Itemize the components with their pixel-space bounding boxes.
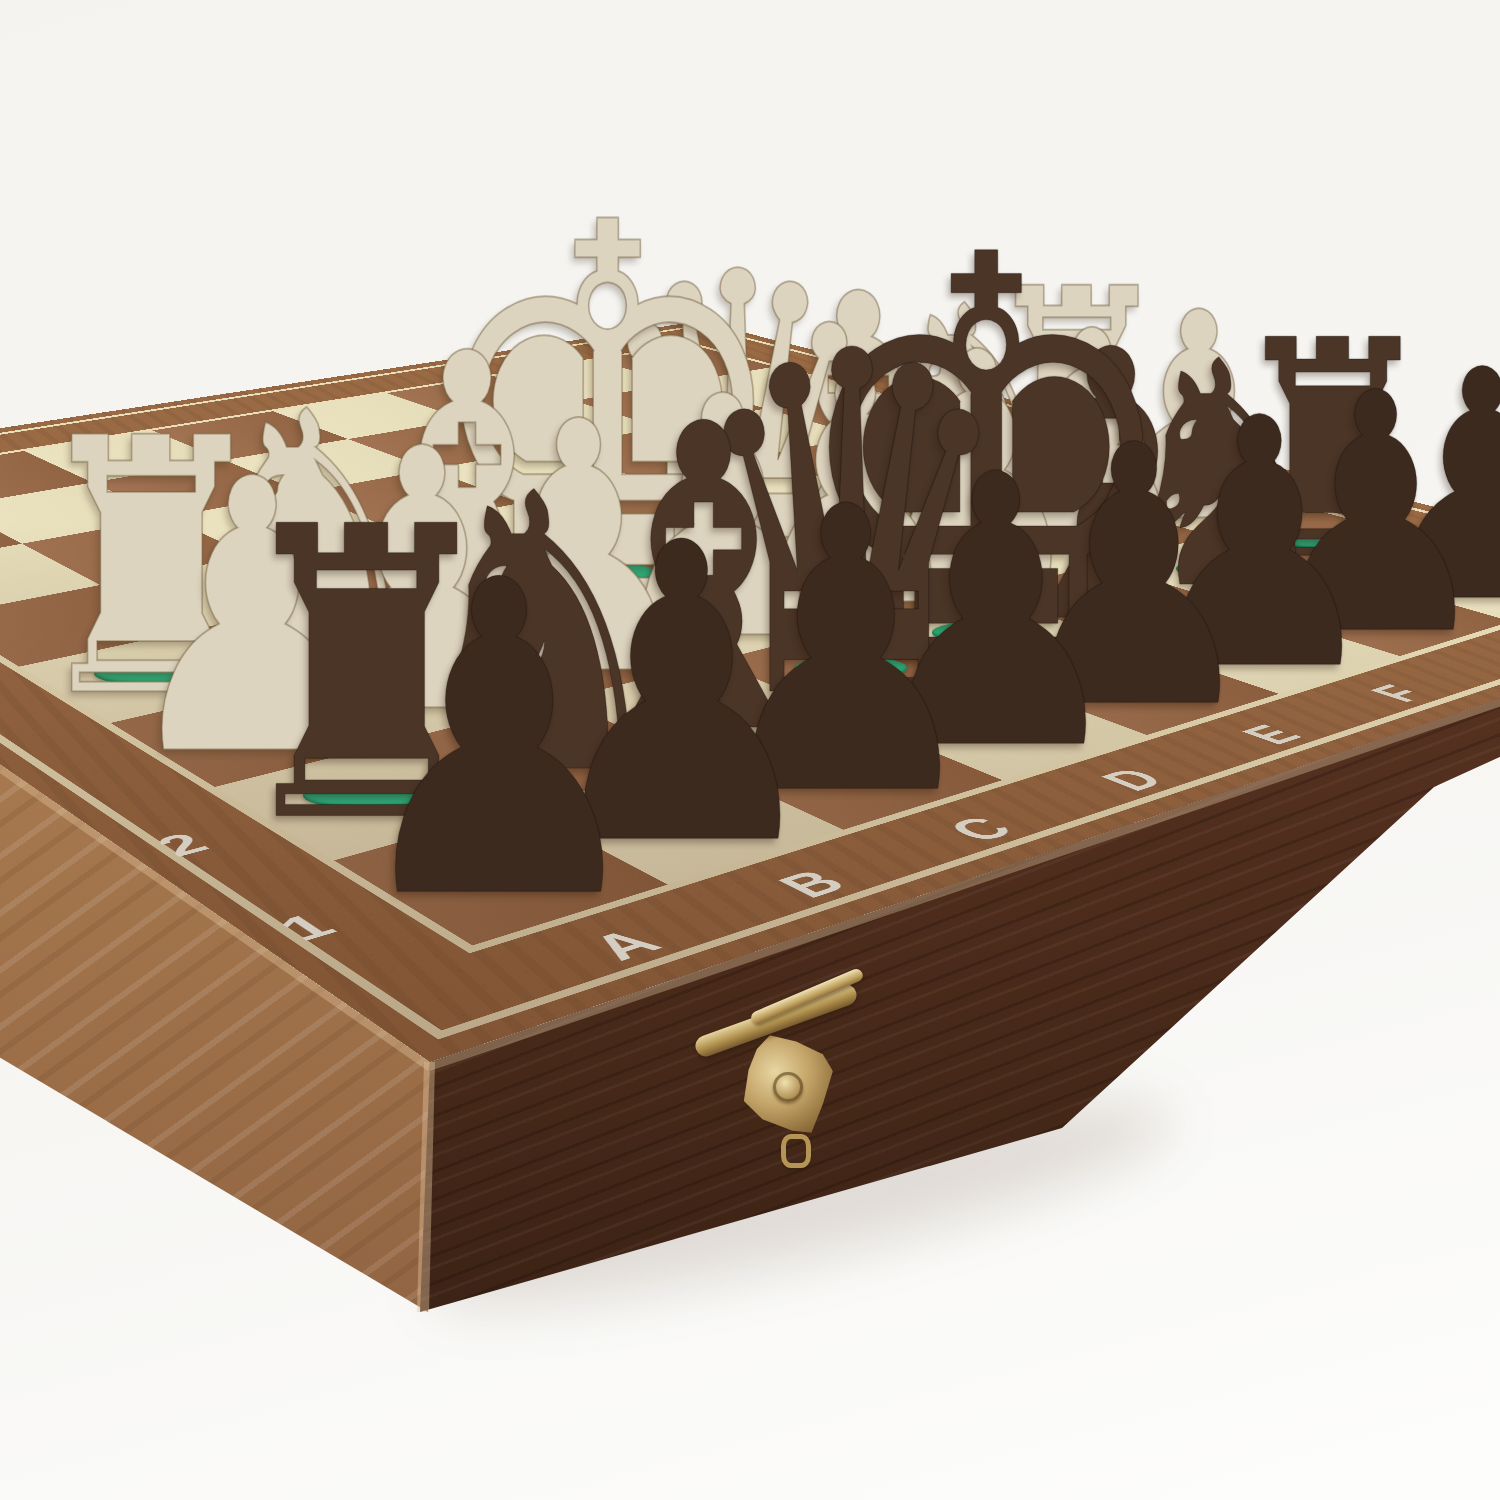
clasp-loop-icon [781, 1134, 811, 1168]
rank-label: 1 [265, 906, 350, 948]
brass-clasp [685, 980, 895, 1170]
file-label: C [932, 810, 1029, 848]
rank-label: 2 [145, 826, 222, 863]
file-label: F [1356, 679, 1441, 707]
clasp-medallion-icon [773, 1072, 803, 1102]
file-label: E [1227, 719, 1316, 750]
file-label: A [575, 921, 677, 968]
scene: ABCDEF12 ♜♞♝♚♛♝♞♜♟♟♟♟♟♟♟♟♜♞♝♛♚♝♞♜♟♟♟♟♟♟♟… [0, 0, 1500, 1500]
file-label: D [1086, 762, 1180, 797]
file-label: B [763, 863, 863, 905]
